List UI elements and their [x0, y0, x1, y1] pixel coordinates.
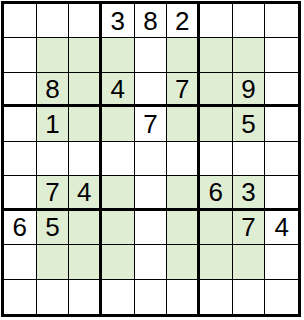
cell-r3c5-empty[interactable] — [135, 73, 168, 107]
cell-r8c5-empty[interactable] — [135, 245, 168, 279]
cell-r8c3-empty[interactable] — [69, 245, 102, 279]
cell-r5c8-empty[interactable] — [233, 142, 266, 176]
cell-r9c7-empty[interactable] — [200, 280, 233, 314]
cell-r8c7-empty[interactable] — [200, 245, 233, 279]
cell-r3c8-given-9[interactable]: 9 — [233, 73, 266, 107]
cell-r9c5-empty[interactable] — [135, 280, 168, 314]
cell-r1c5-given-8[interactable]: 8 — [135, 4, 168, 38]
cell-r4c3-empty[interactable] — [69, 107, 102, 141]
cell-r4c1-empty[interactable] — [4, 107, 37, 141]
cell-r7c9-given-4[interactable]: 4 — [265, 211, 298, 245]
cell-r6c2-given-7[interactable]: 7 — [37, 176, 70, 210]
cell-r1c2-empty[interactable] — [37, 4, 70, 38]
cell-r8c9-empty[interactable] — [265, 245, 298, 279]
cell-r8c2-empty[interactable] — [37, 245, 70, 279]
cell-r3c7-empty[interactable] — [200, 73, 233, 107]
cell-r6c5-empty[interactable] — [135, 176, 168, 210]
cell-r3c2-given-8[interactable]: 8 — [37, 73, 70, 107]
cell-r1c4-given-3[interactable]: 3 — [102, 4, 135, 38]
cell-r3c6-given-7[interactable]: 7 — [167, 73, 200, 107]
cell-r7c7-empty[interactable] — [200, 211, 233, 245]
cell-r7c1-given-6[interactable]: 6 — [4, 211, 37, 245]
cell-r2c5-empty[interactable] — [135, 38, 168, 72]
cell-r5c4-empty[interactable] — [102, 142, 135, 176]
cell-r5c3-empty[interactable] — [69, 142, 102, 176]
cell-r6c1-empty[interactable] — [4, 176, 37, 210]
cell-r4c2-given-1[interactable]: 1 — [37, 107, 70, 141]
cell-r5c7-empty[interactable] — [200, 142, 233, 176]
cell-r1c6-given-2[interactable]: 2 — [167, 4, 200, 38]
cell-r1c8-empty[interactable] — [233, 4, 266, 38]
cell-r2c6-empty[interactable] — [167, 38, 200, 72]
cell-r1c9-empty[interactable] — [265, 4, 298, 38]
cell-r9c9-empty[interactable] — [265, 280, 298, 314]
cell-r5c1-empty[interactable] — [4, 142, 37, 176]
cell-r5c5-empty[interactable] — [135, 142, 168, 176]
cell-r3c9-empty[interactable] — [265, 73, 298, 107]
cell-r9c3-empty[interactable] — [69, 280, 102, 314]
cell-r2c1-empty[interactable] — [4, 38, 37, 72]
cell-r3c3-empty[interactable] — [69, 73, 102, 107]
cell-r2c4-empty[interactable] — [102, 38, 135, 72]
cell-r8c6-empty[interactable] — [167, 245, 200, 279]
cell-r4c7-empty[interactable] — [200, 107, 233, 141]
cell-r6c7-given-6[interactable]: 6 — [200, 176, 233, 210]
cell-r7c6-empty[interactable] — [167, 211, 200, 245]
cell-r7c2-given-5[interactable]: 5 — [37, 211, 70, 245]
cell-r2c8-empty[interactable] — [233, 38, 266, 72]
cell-r7c4-empty[interactable] — [102, 211, 135, 245]
cell-r4c5-given-7[interactable]: 7 — [135, 107, 168, 141]
cell-r3c1-empty[interactable] — [4, 73, 37, 107]
cell-r2c2-empty[interactable] — [37, 38, 70, 72]
cell-r5c2-empty[interactable] — [37, 142, 70, 176]
cell-r6c6-empty[interactable] — [167, 176, 200, 210]
cell-r2c9-empty[interactable] — [265, 38, 298, 72]
sudoku-board: 382847917574636574 — [1, 1, 301, 317]
cell-r4c6-empty[interactable] — [167, 107, 200, 141]
cell-r2c7-empty[interactable] — [200, 38, 233, 72]
cell-r4c8-given-5[interactable]: 5 — [233, 107, 266, 141]
cell-r6c8-given-3[interactable]: 3 — [233, 176, 266, 210]
cell-r9c4-empty[interactable] — [102, 280, 135, 314]
cell-r9c6-empty[interactable] — [167, 280, 200, 314]
cell-r7c8-given-7[interactable]: 7 — [233, 211, 266, 245]
cell-r7c3-empty[interactable] — [69, 211, 102, 245]
cell-r9c1-empty[interactable] — [4, 280, 37, 314]
cell-r3c4-given-4[interactable]: 4 — [102, 73, 135, 107]
cell-r5c6-empty[interactable] — [167, 142, 200, 176]
cell-r6c9-empty[interactable] — [265, 176, 298, 210]
cell-r8c8-empty[interactable] — [233, 245, 266, 279]
cell-r9c8-empty[interactable] — [233, 280, 266, 314]
cell-r1c3-empty[interactable] — [69, 4, 102, 38]
cell-r4c4-empty[interactable] — [102, 107, 135, 141]
cell-r8c1-empty[interactable] — [4, 245, 37, 279]
cell-r2c3-empty[interactable] — [69, 38, 102, 72]
cell-r5c9-empty[interactable] — [265, 142, 298, 176]
cell-r6c3-given-4[interactable]: 4 — [69, 176, 102, 210]
cell-r6c4-empty[interactable] — [102, 176, 135, 210]
cell-r1c1-empty[interactable] — [4, 4, 37, 38]
cell-r9c2-empty[interactable] — [37, 280, 70, 314]
cell-r1c7-empty[interactable] — [200, 4, 233, 38]
cell-r7c5-empty[interactable] — [135, 211, 168, 245]
cell-r8c4-empty[interactable] — [102, 245, 135, 279]
sudoku-page: 382847917574636574 — [0, 0, 304, 320]
cell-r4c9-empty[interactable] — [265, 107, 298, 141]
